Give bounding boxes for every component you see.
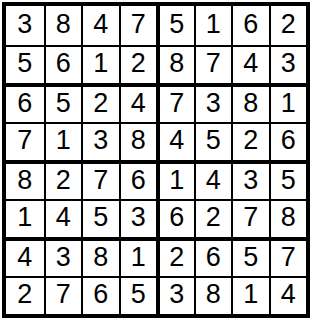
sudoku-cell[interactable]: 7 xyxy=(194,45,232,84)
cell-digit: 1 xyxy=(243,281,258,308)
cell-digit: 5 xyxy=(56,90,71,117)
cell-digit: 7 xyxy=(131,11,146,38)
cell-digit: 6 xyxy=(93,281,108,308)
sudoku-cell[interactable]: 1 xyxy=(231,276,269,315)
sudoku-cell[interactable]: 1 xyxy=(156,160,194,199)
sudoku-cell[interactable]: 8 xyxy=(81,237,119,276)
sudoku-cell[interactable]: 2 xyxy=(119,45,157,84)
sudoku-cell[interactable]: 3 xyxy=(231,160,269,199)
sudoku-cell[interactable]: 1 xyxy=(81,45,119,84)
cell-digit: 3 xyxy=(56,244,71,271)
sudoku-cell[interactable]: 4 xyxy=(6,237,44,276)
cell-digit: 2 xyxy=(131,50,146,77)
sudoku-cell[interactable]: 7 xyxy=(6,122,44,161)
cell-digit: 1 xyxy=(93,50,108,77)
cell-digit: 3 xyxy=(93,127,108,154)
sudoku-cell[interactable]: 6 xyxy=(6,83,44,122)
sudoku-cell[interactable]: 7 xyxy=(269,237,307,276)
sudoku-cell[interactable]: 1 xyxy=(269,83,307,122)
cell-digit: 6 xyxy=(131,167,146,194)
cell-digit: 6 xyxy=(243,11,258,38)
cell-digit: 7 xyxy=(206,50,221,77)
cell-digit: 2 xyxy=(17,281,32,308)
cell-digit: 8 xyxy=(131,127,146,154)
cell-digit: 1 xyxy=(281,90,296,117)
sudoku-cell[interactable]: 3 xyxy=(119,199,157,238)
cell-digit: 5 xyxy=(243,244,258,271)
sudoku-cell[interactable]: 5 xyxy=(6,45,44,84)
sudoku-cell[interactable]: 5 xyxy=(44,83,82,122)
sudoku-cell[interactable]: 4 xyxy=(269,276,307,315)
sudoku-cell[interactable]: 8 xyxy=(119,122,157,161)
sudoku-cell[interactable]: 5 xyxy=(269,160,307,199)
cell-digit: 6 xyxy=(169,204,184,231)
cell-digit: 6 xyxy=(281,127,296,154)
cell-digit: 3 xyxy=(169,281,184,308)
cell-digit: 8 xyxy=(169,50,184,77)
sudoku-cell[interactable]: 7 xyxy=(231,199,269,238)
sudoku-cell[interactable]: 2 xyxy=(269,6,307,45)
cell-digit: 7 xyxy=(17,127,32,154)
cell-digit: 7 xyxy=(169,90,184,117)
cell-digit: 5 xyxy=(169,11,184,38)
sudoku-cell[interactable]: 5 xyxy=(194,122,232,161)
sudoku-cell[interactable]: 7 xyxy=(81,160,119,199)
cell-digit: 2 xyxy=(56,167,71,194)
sudoku-cell[interactable]: 8 xyxy=(156,45,194,84)
cell-digit: 6 xyxy=(17,90,32,117)
sudoku-cell[interactable]: 3 xyxy=(81,122,119,161)
sudoku-cell[interactable]: 2 xyxy=(194,199,232,238)
cell-digit: 3 xyxy=(281,50,296,77)
sudoku-board: 3847516256128743652473817138452682761435… xyxy=(2,2,310,318)
cell-digit: 1 xyxy=(131,244,146,271)
cell-digit: 6 xyxy=(56,50,71,77)
cell-digit: 4 xyxy=(206,167,221,194)
sudoku-cell[interactable]: 5 xyxy=(81,199,119,238)
sudoku-cell[interactable]: 3 xyxy=(194,83,232,122)
cell-digit: 8 xyxy=(281,204,296,231)
cell-digit: 8 xyxy=(56,11,71,38)
sudoku-cell[interactable]: 8 xyxy=(6,160,44,199)
cell-digit: 6 xyxy=(206,244,221,271)
sudoku-cell[interactable]: 1 xyxy=(119,237,157,276)
cell-digit: 7 xyxy=(93,167,108,194)
sudoku-cell[interactable]: 4 xyxy=(156,122,194,161)
sudoku-cell[interactable]: 3 xyxy=(6,6,44,45)
cell-digit: 4 xyxy=(56,204,71,231)
sudoku-cell[interactable]: 6 xyxy=(194,237,232,276)
sudoku-cell[interactable]: 3 xyxy=(156,276,194,315)
cell-digit: 1 xyxy=(17,204,32,231)
sudoku-cell[interactable]: 3 xyxy=(44,237,82,276)
sudoku-cell[interactable]: 4 xyxy=(44,199,82,238)
cell-digit: 3 xyxy=(17,11,32,38)
sudoku-cell[interactable]: 2 xyxy=(156,237,194,276)
cell-digit: 7 xyxy=(281,244,296,271)
cell-digit: 8 xyxy=(93,244,108,271)
cell-digit: 4 xyxy=(131,90,146,117)
cell-digit: 7 xyxy=(243,204,258,231)
cell-digit: 1 xyxy=(169,167,184,194)
cell-digit: 7 xyxy=(56,281,71,308)
cell-digit: 8 xyxy=(243,90,258,117)
cell-digit: 5 xyxy=(93,204,108,231)
cell-digit: 5 xyxy=(206,127,221,154)
cell-digit: 4 xyxy=(243,50,258,77)
sudoku-cell[interactable]: 1 xyxy=(194,6,232,45)
sudoku-cell[interactable]: 6 xyxy=(81,276,119,315)
sudoku-cell[interactable]: 6 xyxy=(231,6,269,45)
sudoku-cell[interactable]: 8 xyxy=(231,83,269,122)
cell-digit: 2 xyxy=(243,127,258,154)
sudoku-cell[interactable]: 7 xyxy=(44,276,82,315)
sudoku-cell[interactable]: 6 xyxy=(269,122,307,161)
sudoku-cell[interactable]: 6 xyxy=(44,45,82,84)
cell-digit: 4 xyxy=(169,127,184,154)
sudoku-cell[interactable]: 1 xyxy=(6,199,44,238)
cell-digit: 5 xyxy=(17,50,32,77)
sudoku-cell[interactable]: 5 xyxy=(231,237,269,276)
cell-digit: 2 xyxy=(206,204,221,231)
sudoku-cell[interactable]: 2 xyxy=(6,276,44,315)
cell-digit: 3 xyxy=(243,167,258,194)
cell-digit: 5 xyxy=(131,281,146,308)
cell-digit: 1 xyxy=(206,11,221,38)
sudoku-cell[interactable]: 4 xyxy=(194,160,232,199)
sudoku-cell[interactable]: 7 xyxy=(156,83,194,122)
sudoku-cell[interactable]: 4 xyxy=(231,45,269,84)
cell-digit: 2 xyxy=(93,90,108,117)
cell-digit: 8 xyxy=(206,281,221,308)
cell-digit: 5 xyxy=(281,167,296,194)
sudoku-cell[interactable]: 6 xyxy=(156,199,194,238)
cell-digit: 2 xyxy=(281,11,296,38)
cell-digit: 3 xyxy=(206,90,221,117)
sudoku-cell[interactable]: 7 xyxy=(119,6,157,45)
board-container: 3847516256128743652473817138452682761435… xyxy=(2,2,310,318)
sudoku-cell[interactable]: 3 xyxy=(269,45,307,84)
cell-digit: 4 xyxy=(281,281,296,308)
sudoku-cell[interactable]: 8 xyxy=(194,276,232,315)
cell-digit: 4 xyxy=(17,244,32,271)
sudoku-cell[interactable]: 8 xyxy=(269,199,307,238)
cell-digit: 4 xyxy=(93,11,108,38)
sudoku-cell[interactable]: 5 xyxy=(156,6,194,45)
sudoku-cell[interactable]: 2 xyxy=(81,83,119,122)
sudoku-cell[interactable]: 1 xyxy=(44,122,82,161)
sudoku-cell[interactable]: 2 xyxy=(231,122,269,161)
cell-digit: 1 xyxy=(56,127,71,154)
sudoku-cell[interactable]: 8 xyxy=(44,6,82,45)
cell-digit: 8 xyxy=(17,167,32,194)
sudoku-cell[interactable]: 6 xyxy=(119,160,157,199)
sudoku-cell[interactable]: 2 xyxy=(44,160,82,199)
sudoku-cell[interactable]: 5 xyxy=(119,276,157,315)
cell-digit: 3 xyxy=(131,204,146,231)
cell-digit: 2 xyxy=(169,244,184,271)
sudoku-cell[interactable]: 4 xyxy=(81,6,119,45)
sudoku-cell[interactable]: 4 xyxy=(119,83,157,122)
